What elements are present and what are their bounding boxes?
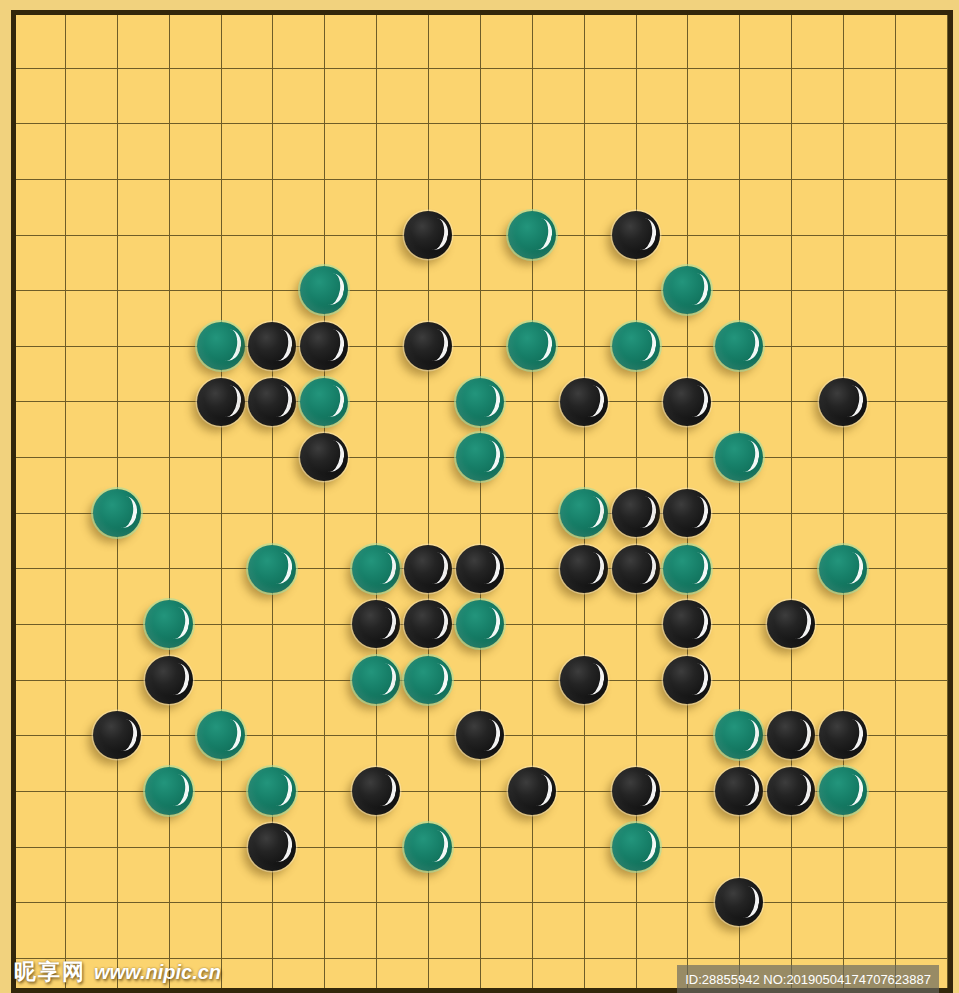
board-cell[interactable] — [584, 123, 636, 179]
black-stone[interactable] — [715, 878, 763, 926]
green-stone[interactable] — [352, 545, 400, 593]
black-stone[interactable] — [300, 322, 348, 370]
board-cell[interactable] — [895, 68, 947, 124]
board-cell[interactable] — [65, 847, 117, 903]
watermark-site-url: www.nipic.cn — [94, 961, 221, 984]
board-cell[interactable] — [480, 12, 532, 68]
board-cell[interactable] — [739, 123, 791, 179]
board-cell[interactable] — [687, 123, 739, 179]
green-stone[interactable] — [715, 433, 763, 481]
board-cell[interactable] — [65, 12, 117, 68]
board-cell[interactable] — [169, 68, 221, 124]
board-cell[interactable] — [376, 12, 428, 68]
board-cell[interactable] — [13, 457, 65, 513]
board-cell[interactable] — [895, 123, 947, 179]
black-stone[interactable] — [819, 711, 867, 759]
board-cell[interactable] — [739, 235, 791, 291]
green-stone[interactable] — [715, 711, 763, 759]
green-stone[interactable] — [248, 545, 296, 593]
board-cell[interactable] — [324, 847, 376, 903]
black-stone[interactable] — [767, 600, 815, 648]
board-cell[interactable] — [636, 123, 688, 179]
board-cell[interactable] — [376, 123, 428, 179]
board-cell[interactable] — [480, 847, 532, 903]
board-cell[interactable] — [739, 68, 791, 124]
board-cell[interactable] — [169, 513, 221, 569]
board-cell[interactable] — [895, 235, 947, 291]
board-cell[interactable] — [636, 12, 688, 68]
green-stone[interactable] — [197, 322, 245, 370]
board-cell[interactable] — [13, 735, 65, 791]
board-cell[interactable] — [117, 290, 169, 346]
board-cell[interactable] — [532, 123, 584, 179]
board-cell[interactable] — [739, 12, 791, 68]
board-cell[interactable] — [739, 513, 791, 569]
board-cell[interactable] — [843, 847, 895, 903]
board-cell[interactable] — [843, 457, 895, 513]
board-cell[interactable] — [791, 68, 843, 124]
board-cell[interactable] — [324, 958, 376, 993]
black-stone[interactable] — [352, 767, 400, 815]
board-cell[interactable] — [272, 12, 324, 68]
green-stone[interactable] — [300, 378, 348, 426]
board-cell[interactable] — [13, 847, 65, 903]
green-stone[interactable] — [145, 767, 193, 815]
board-cell[interactable] — [532, 68, 584, 124]
board-cell[interactable] — [221, 958, 273, 993]
black-stone[interactable] — [197, 378, 245, 426]
green-stone[interactable] — [352, 656, 400, 704]
board-cell[interactable] — [221, 179, 273, 235]
black-stone[interactable] — [248, 823, 296, 871]
green-stone[interactable] — [145, 600, 193, 648]
board-cell[interactable] — [687, 179, 739, 235]
board-cell[interactable] — [221, 457, 273, 513]
green-stone[interactable] — [404, 656, 452, 704]
black-stone[interactable] — [145, 656, 193, 704]
board-cell[interactable] — [376, 68, 428, 124]
board-cell[interactable] — [272, 958, 324, 993]
board-cell[interactable] — [895, 12, 947, 68]
green-stone[interactable] — [612, 823, 660, 871]
black-stone[interactable] — [819, 378, 867, 426]
board-cell[interactable] — [13, 568, 65, 624]
board-cell[interactable] — [895, 290, 947, 346]
black-stone[interactable] — [456, 545, 504, 593]
board-cell[interactable] — [13, 902, 65, 958]
board-cell[interactable] — [895, 179, 947, 235]
board-cell[interactable] — [895, 457, 947, 513]
black-stone[interactable] — [248, 378, 296, 426]
board-cell[interactable] — [584, 902, 636, 958]
board-cell[interactable] — [117, 346, 169, 402]
board-cell[interactable] — [895, 902, 947, 958]
board-cell[interactable] — [13, 123, 65, 179]
board-cell[interactable] — [584, 68, 636, 124]
board-cell[interactable] — [169, 179, 221, 235]
board-cell[interactable] — [843, 123, 895, 179]
green-stone[interactable] — [715, 322, 763, 370]
green-stone[interactable] — [456, 600, 504, 648]
board-cell[interactable] — [843, 624, 895, 680]
board-cell[interactable] — [480, 958, 532, 993]
board-cell[interactable] — [13, 791, 65, 847]
board-cell[interactable] — [65, 624, 117, 680]
board-cell[interactable] — [376, 902, 428, 958]
board-cell[interactable] — [221, 902, 273, 958]
board-cell[interactable] — [117, 179, 169, 235]
board-cell[interactable] — [117, 902, 169, 958]
board-cell[interactable] — [480, 68, 532, 124]
board-cell[interactable] — [221, 12, 273, 68]
board-cell[interactable] — [376, 401, 428, 457]
board-cell[interactable] — [65, 346, 117, 402]
board-cell[interactable] — [221, 624, 273, 680]
board-cell[interactable] — [13, 68, 65, 124]
green-stone[interactable] — [560, 489, 608, 537]
black-stone[interactable] — [612, 211, 660, 259]
board-cell[interactable] — [65, 179, 117, 235]
board-cell[interactable] — [65, 123, 117, 179]
board-cell[interactable] — [272, 902, 324, 958]
board-cell[interactable] — [791, 902, 843, 958]
board-cell[interactable] — [117, 68, 169, 124]
black-stone[interactable] — [404, 322, 452, 370]
board-cell[interactable] — [272, 123, 324, 179]
board-cell[interactable] — [791, 290, 843, 346]
board-cell[interactable] — [791, 12, 843, 68]
board-cell[interactable] — [843, 290, 895, 346]
black-stone[interactable] — [300, 433, 348, 481]
board-cell[interactable] — [895, 346, 947, 402]
black-stone[interactable] — [404, 211, 452, 259]
board-cell[interactable] — [480, 902, 532, 958]
board-cell[interactable] — [65, 401, 117, 457]
board-cell[interactable] — [324, 179, 376, 235]
board-cell[interactable] — [895, 401, 947, 457]
board-cell[interactable] — [687, 12, 739, 68]
board-cell[interactable] — [895, 624, 947, 680]
black-stone[interactable] — [715, 767, 763, 815]
board-cell[interactable] — [324, 123, 376, 179]
board-cell[interactable] — [272, 68, 324, 124]
black-stone[interactable] — [352, 600, 400, 648]
black-stone[interactable] — [404, 545, 452, 593]
board-cell[interactable] — [687, 68, 739, 124]
black-stone[interactable] — [612, 489, 660, 537]
board-cell[interactable] — [169, 847, 221, 903]
board-cell[interactable] — [117, 401, 169, 457]
black-stone[interactable] — [560, 656, 608, 704]
board-cell[interactable] — [428, 12, 480, 68]
board-cell[interactable] — [843, 179, 895, 235]
board-cell[interactable] — [169, 12, 221, 68]
green-stone[interactable] — [663, 266, 711, 314]
watermark-site-name: 昵享网 — [14, 957, 86, 987]
green-stone[interactable] — [456, 378, 504, 426]
board-cell[interactable] — [117, 12, 169, 68]
board-cell[interactable] — [324, 68, 376, 124]
black-stone[interactable] — [508, 767, 556, 815]
board-cell[interactable] — [169, 235, 221, 291]
board-cell[interactable] — [13, 235, 65, 291]
board-cell[interactable] — [376, 457, 428, 513]
board-cell[interactable] — [895, 735, 947, 791]
board-cell[interactable] — [65, 791, 117, 847]
board-cell[interactable] — [324, 902, 376, 958]
board-cell[interactable] — [221, 123, 273, 179]
board-cell[interactable] — [13, 624, 65, 680]
board-cell[interactable] — [272, 624, 324, 680]
black-stone[interactable] — [93, 711, 141, 759]
green-stone[interactable] — [612, 322, 660, 370]
black-stone[interactable] — [248, 322, 296, 370]
green-stone[interactable] — [248, 767, 296, 815]
board-cell[interactable] — [428, 68, 480, 124]
black-stone[interactable] — [560, 378, 608, 426]
board-cell[interactable] — [117, 235, 169, 291]
green-stone[interactable] — [819, 545, 867, 593]
board-cell[interactable] — [584, 958, 636, 993]
board-cell[interactable] — [13, 290, 65, 346]
board-cell[interactable] — [13, 401, 65, 457]
green-stone[interactable] — [404, 823, 452, 871]
board-cell[interactable] — [221, 235, 273, 291]
board-cell[interactable] — [480, 123, 532, 179]
board-cell[interactable] — [117, 123, 169, 179]
black-stone[interactable] — [663, 600, 711, 648]
board-cell[interactable] — [791, 179, 843, 235]
board-cell[interactable] — [13, 513, 65, 569]
board-cell[interactable] — [13, 179, 65, 235]
board-cell[interactable] — [376, 958, 428, 993]
black-stone[interactable] — [663, 378, 711, 426]
black-stone[interactable] — [560, 545, 608, 593]
board-cell[interactable] — [272, 680, 324, 736]
black-stone[interactable] — [612, 767, 660, 815]
board-cell[interactable] — [843, 902, 895, 958]
board-cell[interactable] — [895, 513, 947, 569]
black-stone[interactable] — [404, 600, 452, 648]
green-stone[interactable] — [456, 433, 504, 481]
board-cell[interactable] — [13, 12, 65, 68]
board-cell[interactable] — [324, 12, 376, 68]
board-cell[interactable] — [584, 12, 636, 68]
board-cell[interactable] — [272, 179, 324, 235]
board-cell[interactable] — [791, 123, 843, 179]
black-stone[interactable] — [456, 711, 504, 759]
board-cell[interactable] — [636, 902, 688, 958]
black-stone[interactable] — [663, 656, 711, 704]
board-cell[interactable] — [532, 12, 584, 68]
board-illustration: 昵享网 www.nipic.cn ID:28855942 NO:20190504… — [0, 0, 959, 993]
green-stone[interactable] — [508, 211, 556, 259]
board-cell[interactable] — [221, 68, 273, 124]
watermark-site: 昵享网 www.nipic.cn — [14, 957, 221, 987]
board-cell[interactable] — [843, 12, 895, 68]
board-cell[interactable] — [791, 457, 843, 513]
board-cell[interactable] — [65, 68, 117, 124]
green-stone[interactable] — [93, 489, 141, 537]
board-cell[interactable] — [843, 68, 895, 124]
board-cell[interactable] — [532, 902, 584, 958]
green-stone[interactable] — [819, 767, 867, 815]
green-stone[interactable] — [300, 266, 348, 314]
green-stone[interactable] — [508, 322, 556, 370]
black-stone[interactable] — [767, 767, 815, 815]
board-cell[interactable] — [532, 958, 584, 993]
watermark-id-badge: ID:28855942 NO:20190504174707623887 — [677, 965, 939, 993]
board-cell[interactable] — [428, 902, 480, 958]
board-cell[interactable] — [65, 568, 117, 624]
black-stone[interactable] — [663, 489, 711, 537]
goban-grid[interactable] — [13, 12, 948, 993]
board-cell[interactable] — [117, 847, 169, 903]
board-cell[interactable] — [895, 847, 947, 903]
board-cell[interactable] — [895, 680, 947, 736]
green-stone[interactable] — [663, 545, 711, 593]
board-cell[interactable] — [428, 123, 480, 179]
board-cell[interactable] — [65, 235, 117, 291]
board-cell[interactable] — [843, 235, 895, 291]
board-cell[interactable] — [791, 235, 843, 291]
board-cell[interactable] — [636, 68, 688, 124]
board-cell[interactable] — [791, 847, 843, 903]
board-cell[interactable] — [65, 902, 117, 958]
board-cell[interactable] — [65, 290, 117, 346]
board-cell[interactable] — [532, 847, 584, 903]
board-cell[interactable] — [895, 568, 947, 624]
board-cell[interactable] — [13, 346, 65, 402]
green-stone[interactable] — [197, 711, 245, 759]
board-cell[interactable] — [169, 902, 221, 958]
board-cell[interactable] — [169, 457, 221, 513]
board-cell[interactable] — [428, 958, 480, 993]
board-cell[interactable] — [13, 680, 65, 736]
board-cell[interactable] — [895, 791, 947, 847]
black-stone[interactable] — [767, 711, 815, 759]
board-cell[interactable] — [169, 123, 221, 179]
watermark-id-text: ID:28855942 NO:20190504174707623887 — [685, 972, 931, 987]
board-cell[interactable] — [739, 179, 791, 235]
black-stone[interactable] — [612, 545, 660, 593]
